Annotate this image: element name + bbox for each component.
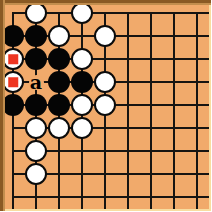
black-stone[interactable] — [25, 25, 48, 48]
white-stone[interactable] — [48, 25, 71, 48]
grid-line-vertical — [196, 12, 198, 211]
go-diagram: a — [0, 0, 211, 211]
point-label-a[interactable]: a — [29, 75, 44, 90]
black-stone[interactable] — [48, 48, 71, 71]
grid-line-horizontal — [12, 196, 211, 198]
black-stone[interactable] — [48, 94, 71, 117]
red-square-marker — [8, 54, 18, 64]
go-board[interactable]: a — [0, 0, 211, 211]
white-stone[interactable] — [71, 48, 94, 71]
board-edge-top-highlight — [0, 3, 211, 5]
white-stone[interactable] — [94, 25, 117, 48]
white-stone[interactable] — [71, 2, 94, 25]
grid-line-vertical — [127, 12, 129, 211]
black-stone[interactable] — [48, 71, 71, 94]
black-stone[interactable] — [25, 94, 48, 117]
diagram-cut-edge-bottom — [0, 209, 211, 212]
board-edge-left-highlight — [3, 0, 5, 211]
red-square-marker — [8, 77, 18, 87]
white-stone[interactable] — [25, 2, 48, 25]
white-stone[interactable] — [71, 117, 94, 140]
black-stone[interactable] — [71, 71, 94, 94]
black-stone[interactable] — [2, 94, 25, 117]
white-stone[interactable] — [25, 117, 48, 140]
black-stone[interactable] — [2, 25, 25, 48]
marked-white-stone[interactable] — [2, 48, 25, 71]
black-stone[interactable] — [25, 48, 48, 71]
white-stone[interactable] — [94, 94, 117, 117]
white-stone[interactable] — [71, 94, 94, 117]
white-stone[interactable] — [25, 163, 48, 186]
marked-white-stone[interactable] — [2, 71, 25, 94]
diagram-cut-edge-right — [209, 0, 212, 211]
white-stone[interactable] — [25, 140, 48, 163]
white-stone[interactable] — [48, 117, 71, 140]
white-stone[interactable] — [94, 71, 117, 94]
grid-line-vertical — [173, 12, 175, 211]
grid-line-vertical — [150, 12, 152, 211]
